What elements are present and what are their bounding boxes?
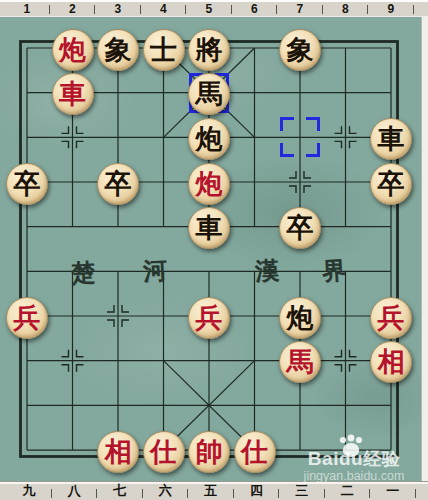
piece-black-chariot[interactable]: 車 xyxy=(370,118,412,160)
file-label-bottom: 九 xyxy=(6,482,52,500)
river-text-han: 漢 xyxy=(254,254,280,287)
piece-red-advisor[interactable]: 仕 xyxy=(234,431,276,473)
piece-red-cannon[interactable]: 炮 xyxy=(188,163,230,205)
piece-red-elephant[interactable]: 相 xyxy=(370,341,412,383)
file-label-bottom: 五 xyxy=(188,482,234,500)
file-label-bottom: 六 xyxy=(143,482,189,500)
file-number-bar-top: 1 2 3 4 5 6 7 8 9 xyxy=(0,0,428,18)
file-label-bottom: 一 xyxy=(370,482,416,500)
piece-red-horse[interactable]: 馬 xyxy=(279,341,321,383)
river-text-jie: 界 xyxy=(321,254,347,287)
file-label-bottom: 三 xyxy=(279,482,325,500)
piece-black-cannon[interactable]: 炮 xyxy=(188,118,230,160)
piece-black-horse[interactable]: 馬 xyxy=(188,73,230,115)
file-label-top: 4 xyxy=(141,2,187,16)
piece-black-soldier[interactable]: 卒 xyxy=(370,163,412,205)
file-label-top: 2 xyxy=(50,2,96,16)
piece-black-cannon[interactable]: 炮 xyxy=(279,297,321,339)
file-label-top: 9 xyxy=(368,2,414,16)
piece-black-elephant[interactable]: 象 xyxy=(279,29,321,71)
river-text-chu: 楚 xyxy=(70,256,96,289)
file-label-top: 6 xyxy=(232,2,278,16)
piece-red-advisor[interactable]: 仕 xyxy=(143,431,185,473)
xiangqi-board[interactable]: 楚 河 漢 界 Baidu经验 jingyan.baidu.com 炮象士將象車… xyxy=(0,17,428,481)
river-text-he: 河 xyxy=(142,254,168,287)
right-margin xyxy=(421,17,428,481)
piece-black-soldier[interactable]: 卒 xyxy=(6,163,48,205)
piece-red-general[interactable]: 帥 xyxy=(188,431,230,473)
piece-red-cannon[interactable]: 炮 xyxy=(52,29,94,71)
file-number-bar-bottom: 九 八 七 六 五 四 三 二 一 xyxy=(0,481,428,500)
piece-black-advisor[interactable]: 士 xyxy=(143,29,185,71)
file-label-bottom: 二 xyxy=(325,482,371,500)
piece-black-soldier[interactable]: 卒 xyxy=(279,207,321,249)
piece-red-elephant[interactable]: 相 xyxy=(97,431,139,473)
file-label-top: 7 xyxy=(277,2,323,16)
file-label-top: 1 xyxy=(4,2,50,16)
file-label-bottom: 八 xyxy=(52,482,98,500)
file-label-bottom: 四 xyxy=(234,482,280,500)
piece-black-chariot[interactable]: 車 xyxy=(188,207,230,249)
piece-red-soldier[interactable]: 兵 xyxy=(370,297,412,339)
file-label-top: 3 xyxy=(95,2,141,16)
piece-red-soldier[interactable]: 兵 xyxy=(188,297,230,339)
file-label-top: 5 xyxy=(186,2,232,16)
piece-black-general[interactable]: 將 xyxy=(188,29,230,71)
move-target-marker xyxy=(280,117,320,157)
piece-red-chariot[interactable]: 車 xyxy=(52,73,94,115)
piece-red-soldier[interactable]: 兵 xyxy=(6,297,48,339)
file-label-bottom: 七 xyxy=(97,482,143,500)
piece-black-soldier[interactable]: 卒 xyxy=(97,163,139,205)
file-label-top: 8 xyxy=(323,2,369,16)
piece-black-elephant[interactable]: 象 xyxy=(97,29,139,71)
xiangqi-app: 1 2 3 4 5 6 7 8 9 楚 河 漢 界 Baidu经验 jing xyxy=(0,0,428,500)
